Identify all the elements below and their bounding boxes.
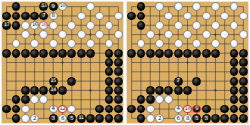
board-intersection: [183, 67, 192, 76]
board-intersection: [229, 76, 238, 85]
white-stone-move-2: 2: [155, 114, 164, 123]
move-number-label: 17: [4, 23, 9, 28]
black-stone-move-3: 3: [202, 114, 211, 123]
board-intersection: [183, 95, 192, 104]
board-intersection: [114, 49, 123, 58]
black-stone: [155, 86, 164, 95]
board-intersection: [95, 2, 104, 11]
board-intersection: [192, 39, 201, 48]
board-intersection: [211, 67, 220, 76]
board-intersection: [146, 30, 155, 39]
board-intersection: [21, 58, 30, 67]
white-stone: [21, 105, 30, 114]
board-intersection: [211, 86, 220, 95]
board-intersection: [229, 114, 238, 123]
board-intersection: [114, 21, 123, 30]
board-intersection: [39, 114, 48, 123]
move-number-label: 15: [51, 79, 56, 84]
black-stone: [211, 114, 220, 123]
move-number-label: 7: [42, 13, 45, 19]
board-intersection: [183, 49, 192, 58]
board-intersection: [58, 86, 67, 95]
board-intersection: [136, 2, 145, 11]
black-stone: [230, 58, 239, 67]
black-stone: [202, 49, 211, 58]
board-intersection: [11, 67, 20, 76]
board-intersection: [21, 49, 30, 58]
black-stone: [77, 49, 86, 58]
black-stone: [114, 49, 123, 58]
board-intersection: [192, 58, 201, 67]
board-intersection: [76, 67, 85, 76]
board-intersection: [30, 39, 39, 48]
board-intersection: [164, 114, 173, 123]
move-number-label: 3: [52, 116, 55, 122]
board-intersection: [201, 76, 210, 85]
board-intersection: [136, 76, 145, 85]
white-stone: [95, 12, 104, 21]
board-intersection: [183, 58, 192, 67]
board-intersection: [146, 67, 155, 76]
board-intersection: [49, 39, 58, 48]
board-intersection: [164, 49, 173, 58]
board-intersection: [183, 39, 192, 48]
board-intersection: [183, 2, 192, 11]
board-intersection: [174, 95, 183, 104]
board-intersection: [67, 86, 76, 95]
move-number-label: 8: [186, 116, 189, 122]
board-intersection: [164, 58, 173, 67]
black-stone: [146, 86, 155, 95]
board-intersection: [201, 95, 210, 104]
board-intersection: [201, 11, 210, 20]
board-intersection: [127, 76, 136, 85]
white-stone: [114, 12, 123, 21]
board-intersection: [239, 21, 248, 30]
board-intersection: [104, 95, 113, 104]
board-intersection: [220, 11, 229, 20]
black-stone: [127, 49, 136, 58]
board-intersection: [86, 114, 95, 123]
board-intersection: [192, 95, 201, 104]
board-intersection: [239, 58, 248, 67]
board-intersection: [220, 95, 229, 104]
board-intersection: [239, 67, 248, 76]
board-intersection: [2, 11, 11, 20]
board-intersection: [95, 114, 104, 123]
white-stone: [67, 21, 76, 30]
board-intersection: [95, 39, 104, 48]
white-stone: [202, 12, 211, 21]
board-intersection: [67, 39, 76, 48]
black-stone: [58, 86, 67, 95]
white-stone: [105, 39, 114, 48]
board-intersection: [67, 30, 76, 39]
board-intersection: 11: [76, 114, 85, 123]
board-intersection: [239, 2, 248, 11]
black-stone: [12, 49, 21, 58]
move-number-label: 3: [205, 116, 208, 122]
board-intersection: [155, 2, 164, 11]
white-stone: [174, 2, 183, 11]
board-intersection: [39, 104, 48, 113]
white-stone-move-6: 6: [58, 114, 67, 123]
board-intersection: [2, 2, 11, 11]
board-intersection: [239, 104, 248, 113]
board-intersection: [136, 114, 145, 123]
board-intersection: [220, 30, 229, 39]
black-stone-move-5: 5: [192, 114, 201, 123]
board-intersection: [220, 58, 229, 67]
move-number-label: 16: [32, 23, 37, 28]
black-stone: [239, 114, 248, 123]
board-intersection: [21, 76, 30, 85]
board-intersection: [211, 39, 220, 48]
white-stone: [211, 21, 220, 30]
board-intersection: [2, 49, 11, 58]
white-stone-move-10: 10: [183, 105, 192, 114]
board-intersection: [58, 58, 67, 67]
white-stone: [164, 30, 173, 39]
board-intersection: [67, 49, 76, 58]
board-intersection: [39, 76, 48, 85]
board-intersection: 6: [174, 114, 183, 123]
white-stone: [146, 114, 155, 123]
black-stone: [67, 77, 76, 86]
board-intersection: [229, 11, 238, 20]
right-board-wrap: 7410926853: [125, 0, 250, 125]
board-intersection: [86, 30, 95, 39]
board-intersection: [211, 11, 220, 20]
board-intersection: [2, 86, 11, 95]
board-intersection: [164, 95, 173, 104]
board-intersection: [229, 86, 238, 95]
black-stone: [105, 49, 114, 58]
black-stone: [230, 105, 239, 114]
black-stone: [174, 86, 183, 95]
black-stone: [239, 67, 248, 76]
board-intersection: [104, 30, 113, 39]
board-intersection: 15: [49, 76, 58, 85]
board-intersection: 6: [58, 114, 67, 123]
board-intersection: [114, 58, 123, 67]
move-number-label: 12: [60, 107, 65, 112]
board-intersection: [58, 76, 67, 85]
board-intersection: [192, 30, 201, 39]
board-intersection: [174, 30, 183, 39]
board-intersection: [39, 30, 48, 39]
white-stone: [192, 2, 201, 11]
board-intersection: [104, 21, 113, 30]
black-stone: [49, 49, 58, 58]
board-intersection: [30, 2, 39, 11]
board-intersection: [183, 21, 192, 30]
board-intersection: [239, 86, 248, 95]
board-intersection: [192, 67, 201, 76]
move-number-label: 18: [41, 23, 46, 28]
black-stone: [12, 21, 21, 30]
board-intersection: [146, 104, 155, 113]
board-intersection: [211, 95, 220, 104]
board-intersection: [174, 21, 183, 30]
board-intersection: [183, 11, 192, 20]
white-stone: [155, 39, 164, 48]
board-intersection: [67, 58, 76, 67]
board-intersection: [220, 39, 229, 48]
board-intersection: [146, 114, 155, 123]
white-stone: [202, 30, 211, 39]
board-intersection: [86, 67, 95, 76]
black-stone: [105, 58, 114, 67]
board-intersection: [114, 11, 123, 20]
black-stone: [192, 77, 201, 86]
board-intersection: [201, 86, 210, 95]
board-intersection: 7: [39, 11, 48, 20]
board-intersection: [2, 114, 11, 123]
board-intersection: [155, 11, 164, 20]
board-intersection: [229, 104, 238, 113]
board-intersection: [95, 58, 104, 67]
board-intersection: [76, 104, 85, 113]
board-intersection: [211, 104, 220, 113]
board-intersection: [127, 67, 136, 76]
board-intersection: [104, 49, 113, 58]
board-intersection: [164, 11, 173, 20]
black-stone: [174, 49, 183, 58]
board-intersection: [95, 11, 104, 20]
black-stone-move-7: 7: [39, 12, 48, 21]
black-stone: [239, 49, 248, 58]
white-stone: [39, 30, 48, 39]
board-intersection: 9: [49, 2, 58, 11]
white-stone: [30, 95, 39, 104]
white-stone: [77, 12, 86, 21]
board-intersection: [155, 104, 164, 113]
move-number-label: 7: [177, 79, 180, 85]
black-stone: [137, 95, 146, 104]
board-intersection: [136, 11, 145, 20]
move-number-label: 4: [52, 106, 55, 112]
board-intersection: [164, 86, 173, 95]
board-intersection: 8: [183, 114, 192, 123]
board-intersection: [30, 49, 39, 58]
black-stone: [105, 95, 114, 104]
black-stone: [202, 105, 211, 114]
black-stone: [230, 49, 239, 58]
board-intersection: [30, 76, 39, 85]
board-intersection: [30, 11, 39, 20]
black-stone: [146, 49, 155, 58]
white-stone: [146, 30, 155, 39]
white-stone: [49, 21, 58, 30]
board-intersection: [239, 49, 248, 58]
board-intersection: [58, 39, 67, 48]
board-stones-left: 13910781716181514412236511: [2, 2, 123, 123]
board-intersection: [211, 30, 220, 39]
white-stone: [155, 95, 164, 104]
board-intersection: [136, 21, 145, 30]
black-stone-move-5: 5: [67, 114, 76, 123]
board-intersection: [67, 67, 76, 76]
board-intersection: [67, 104, 76, 113]
board-intersection: [49, 58, 58, 67]
board-intersection: [39, 39, 48, 48]
board-intersection: [114, 76, 123, 85]
board-intersection: [146, 39, 155, 48]
black-stone-move-9: 9: [192, 105, 201, 114]
black-stone: [105, 67, 114, 76]
board-intersection: [67, 95, 76, 104]
board-intersection: [229, 67, 238, 76]
board-intersection: [2, 30, 11, 39]
black-stone: [155, 49, 164, 58]
board-intersection: [127, 39, 136, 48]
white-stone-move-6: 6: [174, 114, 183, 123]
board-intersection: 17: [2, 21, 11, 30]
black-stone: [183, 49, 192, 58]
board-intersection: 4: [174, 104, 183, 113]
board-intersection: [136, 95, 145, 104]
black-stone: [12, 105, 21, 114]
board-intersection: [39, 95, 48, 104]
board-intersection: [76, 76, 85, 85]
board-intersection: [136, 39, 145, 48]
board-intersection: 3: [49, 114, 58, 123]
board-intersection: [146, 2, 155, 11]
board-intersection: [164, 76, 173, 85]
board-intersection: [229, 30, 238, 39]
black-stone-move-9: 9: [49, 2, 58, 11]
board-intersection: [11, 21, 20, 30]
board-intersection: [58, 95, 67, 104]
board-intersection: [67, 2, 76, 11]
board-intersection: 5: [67, 114, 76, 123]
move-number-label: 10: [60, 4, 65, 9]
white-stone: [86, 2, 95, 11]
go-board-right: 7410926853: [127, 2, 248, 123]
black-stone: [21, 12, 30, 21]
white-stone: [39, 95, 48, 104]
black-stone: [137, 114, 146, 123]
black-stone: [220, 114, 229, 123]
board-intersection: [86, 95, 95, 104]
black-stone: [192, 49, 201, 58]
board-intersection: [201, 67, 210, 76]
board-intersection: [21, 30, 30, 39]
board-intersection: [104, 86, 113, 95]
white-stone: [239, 30, 248, 39]
board-intersection: [164, 30, 173, 39]
board-intersection: [104, 76, 113, 85]
board-intersection: [201, 30, 210, 39]
black-stone: [137, 21, 146, 30]
board-intersection: [76, 58, 85, 67]
black-stone: [21, 86, 30, 95]
board-intersection: [192, 21, 201, 30]
board-intersection: [76, 86, 85, 95]
board-intersection: [21, 39, 30, 48]
move-number-label: 13: [41, 4, 46, 9]
board-intersection: [146, 11, 155, 20]
board-intersection: [229, 2, 238, 11]
board-intersection: [39, 67, 48, 76]
board-intersection: [211, 58, 220, 67]
black-stone: [86, 114, 95, 123]
black-stone: [21, 95, 30, 104]
board-stones-right: 7410926853: [127, 2, 248, 123]
move-number-label: 9: [195, 106, 198, 112]
move-number-label: 9: [52, 4, 55, 10]
white-stone: [211, 39, 220, 48]
black-stone: [114, 77, 123, 86]
board-intersection: [114, 104, 123, 113]
board-intersection: [211, 114, 220, 123]
white-stone: [67, 105, 76, 114]
board-intersection: [49, 30, 58, 39]
board-intersection: [136, 58, 145, 67]
black-stone: [21, 49, 30, 58]
board-intersection: 14: [49, 86, 58, 95]
board-intersection: [11, 11, 20, 20]
black-stone: [137, 105, 146, 114]
board-intersection: [21, 67, 30, 76]
black-stone: [2, 12, 11, 21]
black-stone: [58, 49, 67, 58]
move-number-label: 14: [51, 88, 56, 93]
board-intersection: [49, 67, 58, 76]
board-intersection: [164, 67, 173, 76]
board-intersection: [86, 86, 95, 95]
black-stone: [30, 12, 39, 21]
board-intersection: [21, 114, 30, 123]
board-intersection: [76, 21, 85, 30]
board-intersection: [136, 67, 145, 76]
board-intersection: [239, 76, 248, 85]
board-intersection: [30, 30, 39, 39]
board-intersection: [2, 67, 11, 76]
board-intersection: 8: [49, 11, 58, 20]
black-stone: [105, 77, 114, 86]
white-stone: [239, 12, 248, 21]
white-stone: [77, 30, 86, 39]
board-intersection: [104, 104, 113, 113]
board-intersection: [164, 104, 173, 113]
board-intersection: [211, 49, 220, 58]
board-intersection: [220, 114, 229, 123]
board-intersection: [95, 21, 104, 30]
board-intersection: [174, 67, 183, 76]
board-intersection: [58, 49, 67, 58]
board-intersection: [174, 58, 183, 67]
board-intersection: [183, 86, 192, 95]
board-intersection: [114, 2, 123, 11]
board-intersection: 10: [183, 104, 192, 113]
black-stone: [230, 114, 239, 123]
black-stone-move-14: 14: [49, 86, 58, 95]
white-stone: [183, 30, 192, 39]
board-intersection: [104, 114, 113, 123]
black-stone: [127, 105, 136, 114]
white-stone-move-8: 8: [49, 12, 58, 21]
board-intersection: [155, 39, 164, 48]
white-stone: [21, 21, 30, 30]
black-stone: [105, 86, 114, 95]
board-intersection: 16: [30, 21, 39, 30]
board-intersection: [136, 30, 145, 39]
white-stone: [211, 2, 220, 11]
board-intersection: [30, 95, 39, 104]
board-intersection: [76, 49, 85, 58]
